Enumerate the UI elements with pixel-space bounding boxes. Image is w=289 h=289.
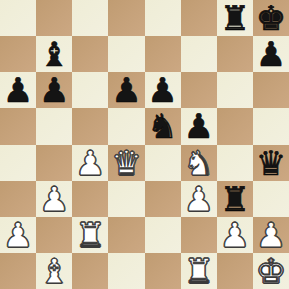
square-b2[interactable]	[36, 217, 72, 253]
square-h7[interactable]: ♟	[253, 36, 289, 72]
square-a8[interactable]	[0, 0, 36, 36]
white-rook-f1: ♜	[181, 253, 217, 289]
square-e2[interactable]	[145, 217, 181, 253]
square-b5[interactable]	[36, 108, 72, 144]
square-g7[interactable]	[217, 36, 253, 72]
square-f4[interactable]: ♞	[181, 145, 217, 181]
square-b3[interactable]: ♟	[36, 181, 72, 217]
black-bishop-b7: ♝	[36, 36, 72, 72]
square-d6[interactable]: ♟	[108, 72, 144, 108]
square-b1[interactable]: ♝	[36, 253, 72, 289]
black-pawn-a6: ♟	[0, 72, 36, 108]
white-pawn-c4: ♟	[72, 145, 108, 181]
square-h8[interactable]: ♚	[253, 0, 289, 36]
square-f7[interactable]	[181, 36, 217, 72]
square-f2[interactable]	[181, 217, 217, 253]
white-pawn-a2: ♟	[0, 217, 36, 253]
square-f5[interactable]: ♟	[181, 108, 217, 144]
square-e1[interactable]	[145, 253, 181, 289]
square-c5[interactable]	[72, 108, 108, 144]
square-g4[interactable]	[217, 145, 253, 181]
square-f1[interactable]: ♜	[181, 253, 217, 289]
square-e7[interactable]	[145, 36, 181, 72]
square-c6[interactable]	[72, 72, 108, 108]
square-a2[interactable]: ♟	[0, 217, 36, 253]
square-d2[interactable]	[108, 217, 144, 253]
white-pawn-b3: ♟	[36, 181, 72, 217]
square-h2[interactable]: ♟	[253, 217, 289, 253]
square-g5[interactable]	[217, 108, 253, 144]
square-a7[interactable]	[0, 36, 36, 72]
square-b8[interactable]	[36, 0, 72, 36]
square-c7[interactable]	[72, 36, 108, 72]
square-c2[interactable]: ♜	[72, 217, 108, 253]
square-c8[interactable]	[72, 0, 108, 36]
square-h4[interactable]: ♛	[253, 145, 289, 181]
square-a3[interactable]	[0, 181, 36, 217]
square-g8[interactable]: ♜	[217, 0, 253, 36]
white-knight-f4: ♞	[181, 145, 217, 181]
square-f8[interactable]	[181, 0, 217, 36]
black-king-h8: ♚	[253, 0, 289, 36]
square-e4[interactable]	[145, 145, 181, 181]
square-e6[interactable]: ♟	[145, 72, 181, 108]
square-h1[interactable]: ♚	[253, 253, 289, 289]
black-knight-e5: ♞	[145, 108, 181, 144]
white-pawn-f3: ♟	[181, 181, 217, 217]
square-c3[interactable]	[72, 181, 108, 217]
black-queen-h4: ♛	[253, 145, 289, 181]
square-g3[interactable]: ♜	[217, 181, 253, 217]
black-pawn-d6: ♟	[108, 72, 144, 108]
white-king-h1: ♚	[253, 253, 289, 289]
square-e5[interactable]: ♞	[145, 108, 181, 144]
chess-board: ♜♚♝♟♟♟♟♟♞♟♟♛♞♛♟♟♜♟♜♟♟♝♜♚	[0, 0, 289, 289]
square-d8[interactable]	[108, 0, 144, 36]
square-d3[interactable]	[108, 181, 144, 217]
square-d1[interactable]	[108, 253, 144, 289]
square-b6[interactable]: ♟	[36, 72, 72, 108]
white-rook-c2: ♜	[72, 217, 108, 253]
black-pawn-h7: ♟	[253, 36, 289, 72]
white-bishop-b1: ♝	[36, 253, 72, 289]
black-pawn-b6: ♟	[36, 72, 72, 108]
square-b4[interactable]	[36, 145, 72, 181]
square-g6[interactable]	[217, 72, 253, 108]
square-e3[interactable]	[145, 181, 181, 217]
square-f3[interactable]: ♟	[181, 181, 217, 217]
square-d5[interactable]	[108, 108, 144, 144]
white-pawn-g2: ♟	[217, 217, 253, 253]
square-c4[interactable]: ♟	[72, 145, 108, 181]
black-pawn-e6: ♟	[145, 72, 181, 108]
square-d7[interactable]	[108, 36, 144, 72]
square-b7[interactable]: ♝	[36, 36, 72, 72]
square-a1[interactable]	[0, 253, 36, 289]
square-g2[interactable]: ♟	[217, 217, 253, 253]
square-c1[interactable]	[72, 253, 108, 289]
square-g1[interactable]	[217, 253, 253, 289]
white-pawn-h2: ♟	[253, 217, 289, 253]
square-h6[interactable]	[253, 72, 289, 108]
black-rook-g8: ♜	[217, 0, 253, 36]
square-h5[interactable]	[253, 108, 289, 144]
square-h3[interactable]	[253, 181, 289, 217]
black-rook-g3: ♜	[217, 181, 253, 217]
square-a4[interactable]	[0, 145, 36, 181]
square-e8[interactable]	[145, 0, 181, 36]
square-a6[interactable]: ♟	[0, 72, 36, 108]
square-a5[interactable]	[0, 108, 36, 144]
black-pawn-f5: ♟	[181, 108, 217, 144]
square-f6[interactable]	[181, 72, 217, 108]
square-d4[interactable]: ♛	[108, 145, 144, 181]
white-queen-d4: ♛	[108, 145, 144, 181]
